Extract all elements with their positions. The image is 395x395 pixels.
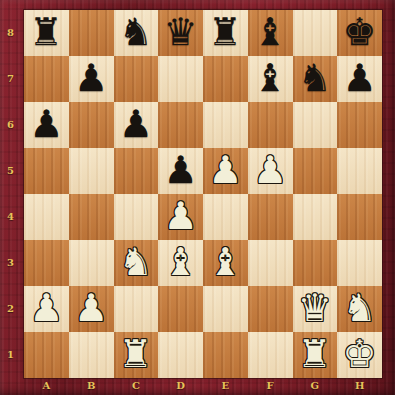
rank-label-4: 4 [0, 194, 21, 240]
square-d1[interactable] [158, 332, 203, 378]
square-a5[interactable] [24, 148, 69, 194]
white-knight[interactable]: ♞ [119, 243, 153, 281]
black-pawn[interactable]: ♟ [74, 59, 108, 97]
square-f4[interactable] [248, 194, 293, 240]
square-d4[interactable]: ♟ [158, 194, 203, 240]
square-c2[interactable] [114, 286, 159, 332]
black-pawn[interactable]: ♟ [164, 151, 198, 189]
white-king[interactable]: ♚ [343, 335, 377, 373]
file-label-a: A [24, 378, 69, 395]
square-c5[interactable] [114, 148, 159, 194]
square-e8[interactable]: ♜ [203, 10, 248, 56]
black-pawn[interactable]: ♟ [119, 105, 153, 143]
square-c8[interactable]: ♞ [114, 10, 159, 56]
file-label-f: F [248, 378, 293, 395]
square-e2[interactable] [203, 286, 248, 332]
square-e4[interactable] [203, 194, 248, 240]
square-g2[interactable]: ♛ [293, 286, 338, 332]
white-pawn[interactable]: ♟ [29, 289, 63, 327]
square-c6[interactable]: ♟ [114, 102, 159, 148]
white-rook[interactable]: ♜ [119, 335, 153, 373]
square-a7[interactable] [24, 56, 69, 102]
white-pawn[interactable]: ♟ [253, 151, 287, 189]
square-a2[interactable]: ♟ [24, 286, 69, 332]
square-d8[interactable]: ♛ [158, 10, 203, 56]
square-g6[interactable] [293, 102, 338, 148]
square-h3[interactable] [337, 240, 382, 286]
chess-board: ♜♞♛♜♝♚♟♝♞♟♟♟♟♟♟♟♞♝♝♟♟♛♞♜♜♚ [24, 10, 382, 378]
square-c3[interactable]: ♞ [114, 240, 159, 286]
square-g7[interactable]: ♞ [293, 56, 338, 102]
white-bishop[interactable]: ♝ [164, 243, 198, 281]
file-label-g: G [293, 378, 338, 395]
square-b4[interactable] [69, 194, 114, 240]
square-a1[interactable] [24, 332, 69, 378]
square-c7[interactable] [114, 56, 159, 102]
square-e7[interactable] [203, 56, 248, 102]
square-e1[interactable] [203, 332, 248, 378]
square-f5[interactable]: ♟ [248, 148, 293, 194]
white-pawn[interactable]: ♟ [208, 151, 242, 189]
rank-label-2: 2 [0, 286, 21, 332]
square-c4[interactable] [114, 194, 159, 240]
black-pawn[interactable]: ♟ [29, 105, 63, 143]
square-a6[interactable]: ♟ [24, 102, 69, 148]
square-a8[interactable]: ♜ [24, 10, 69, 56]
square-b1[interactable] [69, 332, 114, 378]
square-g3[interactable] [293, 240, 338, 286]
square-f3[interactable] [248, 240, 293, 286]
square-a3[interactable] [24, 240, 69, 286]
rank-label-1: 1 [0, 332, 21, 378]
square-b5[interactable] [69, 148, 114, 194]
square-f7[interactable]: ♝ [248, 56, 293, 102]
square-b8[interactable] [69, 10, 114, 56]
square-f8[interactable]: ♝ [248, 10, 293, 56]
square-h1[interactable]: ♚ [337, 332, 382, 378]
board-frame: ♜♞♛♜♝♚♟♝♞♟♟♟♟♟♟♟♞♝♝♟♟♛♞♜♜♚ 87654321 ABCD… [0, 0, 395, 395]
square-h2[interactable]: ♞ [337, 286, 382, 332]
square-a4[interactable] [24, 194, 69, 240]
black-rook[interactable]: ♜ [208, 13, 242, 51]
rank-label-6: 6 [0, 102, 21, 148]
black-bishop[interactable]: ♝ [253, 13, 287, 51]
square-h6[interactable] [337, 102, 382, 148]
square-g4[interactable] [293, 194, 338, 240]
square-h8[interactable]: ♚ [337, 10, 382, 56]
square-d5[interactable]: ♟ [158, 148, 203, 194]
square-g8[interactable] [293, 10, 338, 56]
square-d3[interactable]: ♝ [158, 240, 203, 286]
white-bishop[interactable]: ♝ [208, 243, 242, 281]
square-b2[interactable]: ♟ [69, 286, 114, 332]
square-c1[interactable]: ♜ [114, 332, 159, 378]
square-f6[interactable] [248, 102, 293, 148]
rank-label-5: 5 [0, 148, 21, 194]
square-b6[interactable] [69, 102, 114, 148]
square-d7[interactable] [158, 56, 203, 102]
square-b3[interactable] [69, 240, 114, 286]
black-rook[interactable]: ♜ [29, 13, 63, 51]
white-pawn[interactable]: ♟ [74, 289, 108, 327]
square-h5[interactable] [337, 148, 382, 194]
black-bishop[interactable]: ♝ [253, 59, 287, 97]
square-g1[interactable]: ♜ [293, 332, 338, 378]
square-h7[interactable]: ♟ [337, 56, 382, 102]
rank-label-7: 7 [0, 56, 21, 102]
white-queen[interactable]: ♛ [298, 289, 332, 327]
square-b7[interactable]: ♟ [69, 56, 114, 102]
square-h4[interactable] [337, 194, 382, 240]
black-knight[interactable]: ♞ [119, 13, 153, 51]
square-f1[interactable] [248, 332, 293, 378]
square-g5[interactable] [293, 148, 338, 194]
white-pawn[interactable]: ♟ [164, 197, 198, 235]
rank-label-8: 8 [0, 10, 21, 56]
square-f2[interactable] [248, 286, 293, 332]
square-e6[interactable] [203, 102, 248, 148]
rank-label-3: 3 [0, 240, 21, 286]
square-d2[interactable] [158, 286, 203, 332]
black-queen[interactable]: ♛ [164, 13, 198, 51]
square-e5[interactable]: ♟ [203, 148, 248, 194]
square-e3[interactable]: ♝ [203, 240, 248, 286]
square-d6[interactable] [158, 102, 203, 148]
file-label-h: H [337, 378, 382, 395]
file-label-c: C [114, 378, 159, 395]
black-knight[interactable]: ♞ [298, 59, 332, 97]
white-knight[interactable]: ♞ [343, 289, 377, 327]
black-pawn[interactable]: ♟ [343, 59, 377, 97]
file-label-b: B [69, 378, 114, 395]
black-king[interactable]: ♚ [343, 13, 377, 51]
white-rook[interactable]: ♜ [298, 335, 332, 373]
file-label-e: E [203, 378, 248, 395]
file-label-d: D [158, 378, 203, 395]
